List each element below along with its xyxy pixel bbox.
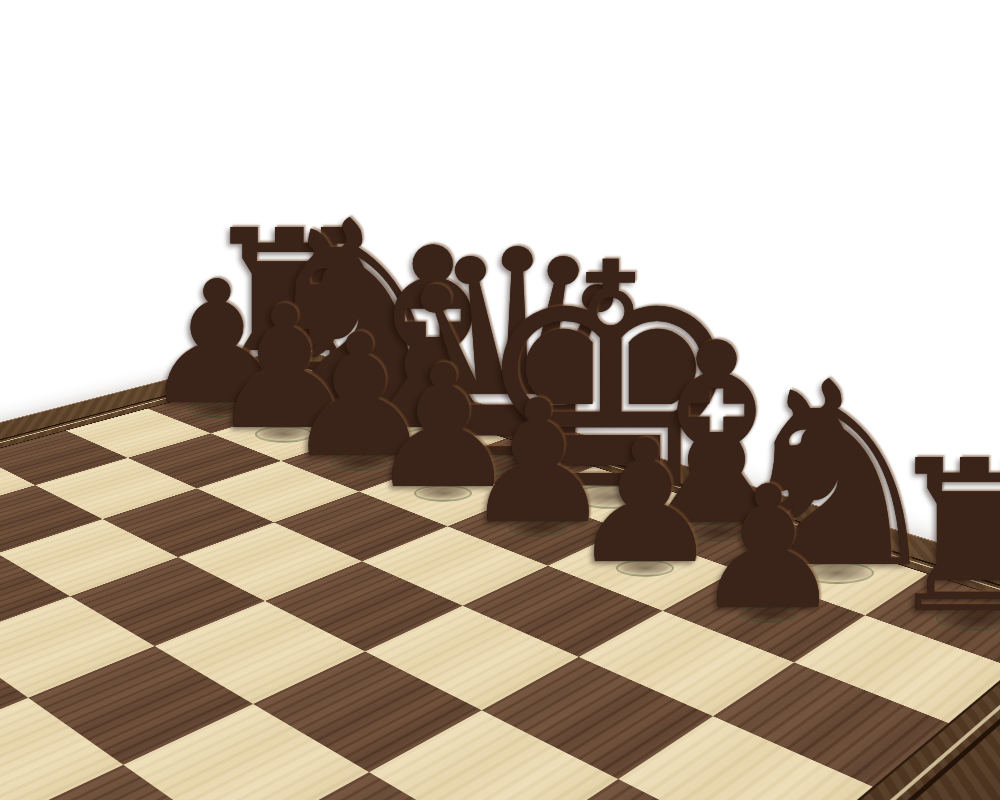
piece-black-pawn-g7[interactable]: ♟ (692, 463, 844, 633)
product-photo-stage: ♜♞♝♛♚♝♞♜♟♟♟♟♟♟♟ (0, 0, 1000, 800)
piece-black-rook-h8[interactable]: ♜ (881, 433, 1000, 643)
